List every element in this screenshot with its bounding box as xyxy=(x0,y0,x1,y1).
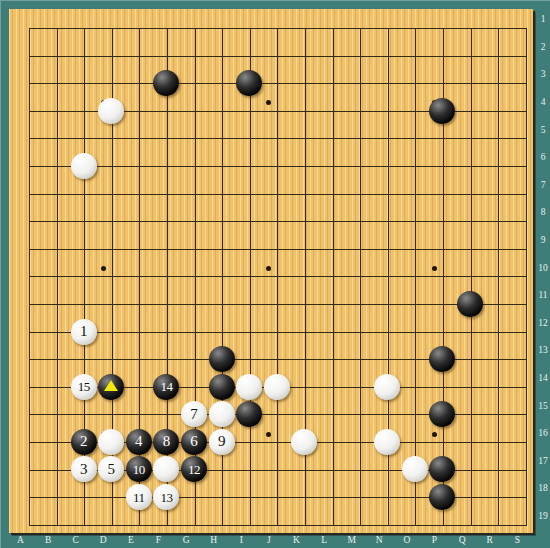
row-label-15: 15 xyxy=(535,399,550,413)
col-label-M: M xyxy=(344,534,360,548)
col-label-K: K xyxy=(289,534,305,548)
row-label-3: 3 xyxy=(535,68,550,82)
stone-black-q11 xyxy=(457,291,483,317)
row-label-9: 9 xyxy=(535,234,550,248)
stone-white-i14 xyxy=(236,374,262,400)
stone-white-d16 xyxy=(98,429,124,455)
col-label-A: A xyxy=(13,534,29,548)
stone-white-c12: 1 xyxy=(71,319,97,345)
row-label-12: 12 xyxy=(535,317,550,331)
row-label-5: 5 xyxy=(535,123,550,137)
col-label-J: J xyxy=(261,534,277,548)
col-label-R: R xyxy=(482,534,498,548)
stone-black-h13 xyxy=(209,346,235,372)
go-board[interactable]: 115147248693510121113 xyxy=(9,9,533,533)
col-label-I: I xyxy=(233,534,249,548)
stone-black-g17: 12 xyxy=(181,456,207,482)
move-number: 12 xyxy=(188,463,200,476)
stone-black-p17 xyxy=(429,456,455,482)
stones-grid: 115147248693510121113 xyxy=(15,14,539,538)
row-label-13: 13 xyxy=(535,344,550,358)
col-label-O: O xyxy=(399,534,415,548)
col-label-N: N xyxy=(371,534,387,548)
stone-white-c6 xyxy=(71,153,97,179)
move-number: 3 xyxy=(80,462,88,477)
stone-white-c17: 3 xyxy=(71,456,97,482)
row-label-18: 18 xyxy=(535,482,550,496)
move-number: 11 xyxy=(133,491,145,504)
stone-white-f18: 13 xyxy=(153,484,179,510)
col-label-G: G xyxy=(178,534,194,548)
stone-black-g16: 6 xyxy=(181,429,207,455)
col-label-P: P xyxy=(427,534,443,548)
row-label-17: 17 xyxy=(535,455,550,469)
stone-black-f3 xyxy=(153,70,179,96)
move-number: 15 xyxy=(78,380,90,393)
col-label-Q: Q xyxy=(454,534,470,548)
row-label-14: 14 xyxy=(535,372,550,386)
stone-white-j14 xyxy=(264,374,290,400)
stone-white-c14: 15 xyxy=(71,374,97,400)
row-label-7: 7 xyxy=(535,179,550,193)
stone-white-n16 xyxy=(374,429,400,455)
row-label-4: 4 xyxy=(535,96,550,110)
stone-black-p15 xyxy=(429,401,455,427)
stone-black-f16: 8 xyxy=(153,429,179,455)
row-label-1: 1 xyxy=(535,13,550,27)
stone-black-e16: 4 xyxy=(126,429,152,455)
row-label-10: 10 xyxy=(535,261,550,275)
move-number: 10 xyxy=(133,463,145,476)
stone-black-c16: 2 xyxy=(71,429,97,455)
row-label-11: 11 xyxy=(535,289,550,303)
move-number: 13 xyxy=(160,491,172,504)
move-number: 1 xyxy=(80,324,88,339)
stone-white-e18: 11 xyxy=(126,484,152,510)
stone-white-n14 xyxy=(374,374,400,400)
stone-black-i3 xyxy=(236,70,262,96)
row-label-8: 8 xyxy=(535,206,550,220)
stone-black-f14: 14 xyxy=(153,374,179,400)
col-label-F: F xyxy=(151,534,167,548)
stone-white-h15 xyxy=(209,401,235,427)
triangle-mark-icon xyxy=(104,380,118,391)
col-label-E: E xyxy=(123,534,139,548)
move-number: 4 xyxy=(135,434,143,449)
stone-black-p13 xyxy=(429,346,455,372)
go-diagram: 115147248693510121113 ABCDEFGHIJKLMNOPQR… xyxy=(0,0,550,548)
stone-white-o17 xyxy=(402,456,428,482)
row-label-16: 16 xyxy=(535,427,550,441)
stone-black-p4 xyxy=(429,98,455,124)
stone-black-p18 xyxy=(429,484,455,510)
col-label-B: B xyxy=(40,534,56,548)
stone-white-f17 xyxy=(153,456,179,482)
move-number: 2 xyxy=(80,434,88,449)
col-label-L: L xyxy=(316,534,332,548)
col-label-C: C xyxy=(68,534,84,548)
col-label-D: D xyxy=(95,534,111,548)
row-label-6: 6 xyxy=(535,151,550,165)
stone-white-d17: 5 xyxy=(98,456,124,482)
row-label-19: 19 xyxy=(535,510,550,524)
move-number: 5 xyxy=(108,462,116,477)
stone-black-e17: 10 xyxy=(126,456,152,482)
stone-black-h14 xyxy=(209,374,235,400)
stone-white-k16 xyxy=(291,429,317,455)
stone-black-d14 xyxy=(98,374,124,400)
stone-white-g15: 7 xyxy=(181,401,207,427)
row-label-2: 2 xyxy=(535,41,550,55)
move-number: 14 xyxy=(160,380,172,393)
move-number: 8 xyxy=(163,434,171,449)
move-number: 7 xyxy=(190,407,198,422)
stone-white-h16: 9 xyxy=(209,429,235,455)
move-number: 9 xyxy=(218,434,226,449)
move-number: 6 xyxy=(190,434,198,449)
col-label-S: S xyxy=(509,534,525,548)
col-label-H: H xyxy=(206,534,222,548)
stone-white-d4 xyxy=(98,98,124,124)
stone-black-i15 xyxy=(236,401,262,427)
